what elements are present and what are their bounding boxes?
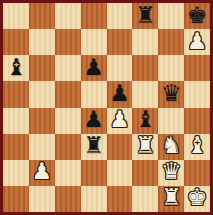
square-e3[interactable] — [107, 134, 133, 160]
black-pawn-d6[interactable]: ♟ — [83, 56, 104, 79]
square-f8[interactable]: ♜ — [132, 3, 158, 29]
black-rook-f8[interactable]: ♜ — [135, 4, 156, 27]
white-knight-g3[interactable]: ♞ — [161, 134, 182, 157]
white-pawn-e4[interactable]: ♟ — [109, 108, 130, 131]
black-pawn-e5[interactable]: ♟ — [109, 82, 130, 105]
square-d6[interactable]: ♟ — [81, 55, 107, 81]
white-pawn-h7[interactable]: ♟ — [187, 30, 208, 53]
square-h6[interactable] — [184, 55, 210, 81]
square-g8[interactable] — [158, 3, 184, 29]
square-f6[interactable] — [132, 55, 158, 81]
square-g4[interactable] — [158, 108, 184, 134]
square-c1[interactable] — [55, 186, 81, 212]
square-b2[interactable]: ♟ — [29, 160, 55, 186]
board-frame: ♜♚♟♝♟♟♛♟♟♝♜♜♞♝♟♛♜♚ — [0, 0, 213, 215]
square-b7[interactable] — [29, 29, 55, 55]
white-king-h1[interactable]: ♚ — [187, 186, 208, 209]
square-g1[interactable]: ♜ — [158, 186, 184, 212]
square-d3[interactable]: ♜ — [81, 134, 107, 160]
square-a7[interactable] — [3, 29, 29, 55]
square-a8[interactable] — [3, 3, 29, 29]
white-pawn-b2[interactable]: ♟ — [32, 160, 53, 183]
square-h7[interactable]: ♟ — [184, 29, 210, 55]
square-c6[interactable] — [55, 55, 81, 81]
white-rook-f3[interactable]: ♜ — [135, 134, 156, 157]
square-f2[interactable] — [132, 160, 158, 186]
square-h1[interactable]: ♚ — [184, 186, 210, 212]
square-e2[interactable] — [107, 160, 133, 186]
square-b5[interactable] — [29, 81, 55, 107]
black-rook-d3[interactable]: ♜ — [83, 134, 104, 157]
square-h5[interactable] — [184, 81, 210, 107]
square-b3[interactable] — [29, 134, 55, 160]
square-g6[interactable] — [158, 55, 184, 81]
white-rook-g1[interactable]: ♜ — [161, 186, 182, 209]
square-c5[interactable] — [55, 81, 81, 107]
square-c8[interactable] — [55, 3, 81, 29]
square-d5[interactable] — [81, 81, 107, 107]
square-a2[interactable] — [3, 160, 29, 186]
black-queen-g5[interactable]: ♛ — [161, 82, 182, 105]
square-b6[interactable] — [29, 55, 55, 81]
square-e8[interactable] — [107, 3, 133, 29]
square-a3[interactable] — [3, 134, 29, 160]
square-c2[interactable] — [55, 160, 81, 186]
square-a1[interactable] — [3, 186, 29, 212]
black-pawn-d4[interactable]: ♟ — [83, 108, 104, 131]
square-h3[interactable]: ♝ — [184, 134, 210, 160]
square-d4[interactable]: ♟ — [81, 108, 107, 134]
square-h2[interactable] — [184, 160, 210, 186]
square-c7[interactable] — [55, 29, 81, 55]
square-a5[interactable] — [3, 81, 29, 107]
black-bishop-f4[interactable]: ♝ — [135, 108, 156, 131]
square-e6[interactable] — [107, 55, 133, 81]
black-bishop-a6[interactable]: ♝ — [6, 56, 27, 79]
square-b8[interactable] — [29, 3, 55, 29]
square-a6[interactable]: ♝ — [3, 55, 29, 81]
square-g3[interactable]: ♞ — [158, 134, 184, 160]
square-c4[interactable] — [55, 108, 81, 134]
black-king-h8[interactable]: ♚ — [187, 4, 208, 27]
chess-board: ♜♚♟♝♟♟♛♟♟♝♜♜♞♝♟♛♜♚ — [3, 3, 210, 212]
square-h8[interactable]: ♚ — [184, 3, 210, 29]
square-d7[interactable] — [81, 29, 107, 55]
square-d2[interactable] — [81, 160, 107, 186]
square-b4[interactable] — [29, 108, 55, 134]
square-g7[interactable] — [158, 29, 184, 55]
white-bishop-h3[interactable]: ♝ — [187, 134, 208, 157]
white-queen-g2[interactable]: ♛ — [161, 160, 182, 183]
square-g5[interactable]: ♛ — [158, 81, 184, 107]
square-d8[interactable] — [81, 3, 107, 29]
square-e7[interactable] — [107, 29, 133, 55]
square-d1[interactable] — [81, 186, 107, 212]
square-e1[interactable] — [107, 186, 133, 212]
square-f7[interactable] — [132, 29, 158, 55]
square-a4[interactable] — [3, 108, 29, 134]
square-c3[interactable] — [55, 134, 81, 160]
square-f5[interactable] — [132, 81, 158, 107]
square-b1[interactable] — [29, 186, 55, 212]
square-e4[interactable]: ♟ — [107, 108, 133, 134]
square-f1[interactable] — [132, 186, 158, 212]
square-f3[interactable]: ♜ — [132, 134, 158, 160]
square-g2[interactable]: ♛ — [158, 160, 184, 186]
square-e5[interactable]: ♟ — [107, 81, 133, 107]
square-h4[interactable] — [184, 108, 210, 134]
square-f4[interactable]: ♝ — [132, 108, 158, 134]
